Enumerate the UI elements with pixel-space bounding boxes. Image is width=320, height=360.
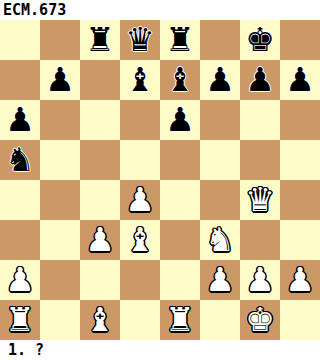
square-c3[interactable]: ♟ bbox=[80, 220, 120, 260]
chess-app-window: ECM.673 ♜♛♜♚♟♝♝♟♟♟♟♟♞♟♛♟♝♞♟♟♟♟♜♝♜♚ 1. ? bbox=[0, 0, 320, 360]
square-c4[interactable] bbox=[80, 180, 120, 220]
square-h4[interactable] bbox=[280, 180, 320, 220]
move-prompt: 1. ? bbox=[0, 340, 320, 360]
piece-black-bishop: ♝ bbox=[165, 60, 195, 100]
square-c2[interactable] bbox=[80, 260, 120, 300]
square-f1[interactable] bbox=[200, 300, 240, 340]
square-f5[interactable] bbox=[200, 140, 240, 180]
piece-white-queen: ♛ bbox=[245, 180, 275, 220]
piece-white-knight: ♞ bbox=[205, 220, 235, 260]
piece-white-bishop: ♝ bbox=[125, 220, 155, 260]
square-h8[interactable] bbox=[280, 20, 320, 60]
piece-black-bishop: ♝ bbox=[125, 60, 155, 100]
square-a2[interactable]: ♟ bbox=[0, 260, 40, 300]
square-g1[interactable]: ♚ bbox=[240, 300, 280, 340]
square-f8[interactable] bbox=[200, 20, 240, 60]
square-b2[interactable] bbox=[40, 260, 80, 300]
square-g3[interactable] bbox=[240, 220, 280, 260]
square-g7[interactable]: ♟ bbox=[240, 60, 280, 100]
piece-black-king: ♚ bbox=[245, 20, 275, 60]
piece-black-pawn: ♟ bbox=[245, 60, 275, 100]
square-c7[interactable] bbox=[80, 60, 120, 100]
square-d3[interactable]: ♝ bbox=[120, 220, 160, 260]
square-e8[interactable]: ♜ bbox=[160, 20, 200, 60]
square-f7[interactable]: ♟ bbox=[200, 60, 240, 100]
square-c1[interactable]: ♝ bbox=[80, 300, 120, 340]
piece-white-pawn: ♟ bbox=[205, 260, 235, 300]
page-title: ECM.673 bbox=[0, 0, 320, 20]
piece-black-queen: ♛ bbox=[125, 20, 155, 60]
square-d7[interactable]: ♝ bbox=[120, 60, 160, 100]
piece-black-pawn: ♟ bbox=[165, 100, 195, 140]
square-a8[interactable] bbox=[0, 20, 40, 60]
square-d4[interactable]: ♟ bbox=[120, 180, 160, 220]
piece-white-bishop: ♝ bbox=[85, 300, 115, 340]
square-a6[interactable]: ♟ bbox=[0, 100, 40, 140]
square-g6[interactable] bbox=[240, 100, 280, 140]
square-c5[interactable] bbox=[80, 140, 120, 180]
square-b4[interactable] bbox=[40, 180, 80, 220]
square-d6[interactable] bbox=[120, 100, 160, 140]
square-f6[interactable] bbox=[200, 100, 240, 140]
square-a4[interactable] bbox=[0, 180, 40, 220]
square-a7[interactable] bbox=[0, 60, 40, 100]
square-e3[interactable] bbox=[160, 220, 200, 260]
square-g8[interactable]: ♚ bbox=[240, 20, 280, 60]
square-b5[interactable] bbox=[40, 140, 80, 180]
piece-black-pawn: ♟ bbox=[285, 60, 315, 100]
square-g4[interactable]: ♛ bbox=[240, 180, 280, 220]
square-e2[interactable] bbox=[160, 260, 200, 300]
square-b3[interactable] bbox=[40, 220, 80, 260]
piece-black-pawn: ♟ bbox=[45, 60, 75, 100]
square-d2[interactable] bbox=[120, 260, 160, 300]
piece-black-pawn: ♟ bbox=[205, 60, 235, 100]
square-b8[interactable] bbox=[40, 20, 80, 60]
square-h7[interactable]: ♟ bbox=[280, 60, 320, 100]
piece-white-rook: ♜ bbox=[165, 300, 195, 340]
square-d5[interactable] bbox=[120, 140, 160, 180]
square-a5[interactable]: ♞ bbox=[0, 140, 40, 180]
piece-white-rook: ♜ bbox=[5, 300, 35, 340]
square-h3[interactable] bbox=[280, 220, 320, 260]
square-e7[interactable]: ♝ bbox=[160, 60, 200, 100]
square-f4[interactable] bbox=[200, 180, 240, 220]
square-b6[interactable] bbox=[40, 100, 80, 140]
square-d1[interactable] bbox=[120, 300, 160, 340]
square-a1[interactable]: ♜ bbox=[0, 300, 40, 340]
square-f2[interactable]: ♟ bbox=[200, 260, 240, 300]
square-b7[interactable]: ♟ bbox=[40, 60, 80, 100]
piece-black-rook: ♜ bbox=[165, 20, 195, 60]
piece-white-pawn: ♟ bbox=[125, 180, 155, 220]
chess-board: ♜♛♜♚♟♝♝♟♟♟♟♟♞♟♛♟♝♞♟♟♟♟♜♝♜♚ bbox=[0, 20, 320, 340]
square-e6[interactable]: ♟ bbox=[160, 100, 200, 140]
square-g5[interactable] bbox=[240, 140, 280, 180]
square-g2[interactable]: ♟ bbox=[240, 260, 280, 300]
piece-black-knight: ♞ bbox=[5, 140, 35, 180]
square-e1[interactable]: ♜ bbox=[160, 300, 200, 340]
square-h1[interactable] bbox=[280, 300, 320, 340]
square-h5[interactable] bbox=[280, 140, 320, 180]
piece-white-pawn: ♟ bbox=[245, 260, 275, 300]
square-c8[interactable]: ♜ bbox=[80, 20, 120, 60]
square-e4[interactable] bbox=[160, 180, 200, 220]
square-f3[interactable]: ♞ bbox=[200, 220, 240, 260]
square-h2[interactable]: ♟ bbox=[280, 260, 320, 300]
piece-white-pawn: ♟ bbox=[285, 260, 315, 300]
square-b1[interactable] bbox=[40, 300, 80, 340]
piece-white-pawn: ♟ bbox=[85, 220, 115, 260]
piece-white-pawn: ♟ bbox=[5, 260, 35, 300]
square-e5[interactable] bbox=[160, 140, 200, 180]
square-h6[interactable] bbox=[280, 100, 320, 140]
piece-white-king: ♚ bbox=[245, 300, 275, 340]
square-d8[interactable]: ♛ bbox=[120, 20, 160, 60]
piece-black-rook: ♜ bbox=[85, 20, 115, 60]
square-c6[interactable] bbox=[80, 100, 120, 140]
square-a3[interactable] bbox=[0, 220, 40, 260]
piece-black-pawn: ♟ bbox=[5, 100, 35, 140]
